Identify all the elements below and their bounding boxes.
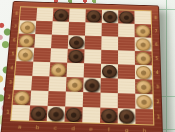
- square-g7[interactable]: [118, 23, 135, 37]
- dark-piece[interactable]: ●: [48, 106, 64, 121]
- square-a3[interactable]: [14, 75, 32, 90]
- coordinate-label: c: [46, 123, 64, 132]
- light-piece[interactable]: ●: [17, 48, 33, 61]
- square-c8[interactable]: ●: [53, 8, 70, 22]
- square-f4[interactable]: ●: [101, 64, 118, 79]
- dark-piece[interactable]: ●: [119, 11, 133, 24]
- dark-piece[interactable]: ●: [69, 36, 84, 49]
- square-h4[interactable]: ●: [135, 65, 152, 80]
- light-piece[interactable]: ●: [19, 34, 35, 47]
- square-h7[interactable]: ●: [135, 24, 152, 38]
- square-a5[interactable]: ●: [16, 47, 34, 61]
- dark-piece[interactable]: ●: [54, 9, 69, 22]
- square-b7[interactable]: [35, 21, 52, 35]
- square-g3[interactable]: [118, 79, 135, 94]
- square-a2[interactable]: ●: [13, 90, 32, 105]
- square-e3[interactable]: ●: [83, 77, 101, 92]
- square-g6[interactable]: [118, 37, 135, 51]
- square-f5[interactable]: [101, 50, 118, 64]
- square-e7[interactable]: [85, 22, 102, 36]
- light-piece[interactable]: ●: [136, 24, 151, 37]
- coordinate-label: b: [28, 123, 46, 132]
- square-d1[interactable]: ●: [64, 106, 82, 122]
- checkers-board: ●●●●●●●●●●●●●●●●●●●●●●●●● 87654321 87654…: [0, 1, 163, 132]
- square-f3[interactable]: [101, 78, 118, 93]
- square-e6[interactable]: [85, 36, 102, 50]
- coordinate-label: 8: [153, 11, 159, 24]
- coordinate-label: g: [118, 125, 136, 132]
- coordinate-label: 7: [153, 24, 159, 38]
- square-h1[interactable]: [135, 109, 153, 125]
- square-f1[interactable]: ●: [100, 108, 118, 124]
- square-e4[interactable]: [84, 63, 101, 78]
- light-piece[interactable]: ●: [50, 63, 66, 77]
- square-d3[interactable]: ●: [66, 77, 84, 92]
- board-playing-area: ●●●●●●●●●●●●●●●●●●●●●●●●● 87654321 87654…: [11, 7, 153, 124]
- light-piece[interactable]: ●: [67, 77, 83, 91]
- light-piece[interactable]: ●: [136, 65, 151, 79]
- square-h5[interactable]: ●: [135, 51, 152, 65]
- coordinate-label: 3: [154, 80, 160, 95]
- coordinate-label: 2: [155, 94, 162, 109]
- square-b8[interactable]: [36, 8, 53, 22]
- coordinate-label: 8: [13, 7, 20, 20]
- square-g1[interactable]: ●: [118, 108, 136, 124]
- square-d5[interactable]: ●: [67, 49, 84, 63]
- dark-piece[interactable]: ●: [103, 10, 118, 23]
- square-c3[interactable]: [49, 76, 67, 91]
- square-h2[interactable]: ●: [135, 94, 153, 110]
- rank-labels-right: 87654321: [153, 11, 162, 124]
- coordinate-label: 7: [12, 20, 19, 33]
- square-b5[interactable]: [33, 48, 51, 62]
- square-h6[interactable]: ●: [135, 37, 152, 51]
- square-d6[interactable]: ●: [68, 35, 85, 49]
- square-d2[interactable]: [65, 92, 83, 107]
- dark-piece[interactable]: ●: [101, 108, 117, 123]
- light-piece[interactable]: ●: [136, 51, 151, 65]
- square-f2[interactable]: [100, 93, 118, 108]
- square-g5[interactable]: [118, 50, 135, 64]
- dark-piece[interactable]: ●: [119, 109, 135, 124]
- coordinate-label: 6: [11, 33, 18, 47]
- coordinate-label: a: [10, 122, 28, 131]
- coordinate-label: 2: [5, 90, 12, 105]
- coordinate-label: 5: [9, 47, 16, 61]
- coordinate-label: 4: [154, 65, 160, 79]
- square-e2[interactable]: [83, 92, 101, 107]
- square-b1[interactable]: ●: [29, 105, 48, 121]
- light-piece[interactable]: ●: [136, 38, 151, 51]
- square-c5[interactable]: [50, 48, 68, 62]
- light-piece[interactable]: ●: [136, 94, 152, 108]
- dark-piece[interactable]: ●: [30, 106, 47, 121]
- coordinate-label: 3: [7, 75, 14, 90]
- play-area: ●●●●●●●●●●●●●●●●●●●●●●●●●: [11, 7, 153, 124]
- square-c7[interactable]: [52, 21, 69, 35]
- square-c4[interactable]: ●: [49, 62, 67, 77]
- tile-grout-line: [166, 0, 167, 132]
- coordinate-label: e: [82, 124, 100, 132]
- square-a1[interactable]: [11, 105, 30, 121]
- square-b4[interactable]: [32, 62, 50, 77]
- table-scene: ●●●●●●●●●●●●●●●●●●●●●●●●● 87654321 87654…: [0, 0, 175, 132]
- square-b6[interactable]: [34, 34, 52, 48]
- square-a7[interactable]: ●: [19, 20, 37, 34]
- coordinate-label: 4: [8, 61, 15, 75]
- square-a4[interactable]: [15, 61, 33, 76]
- coordinate-label: h: [136, 126, 154, 132]
- square-f6[interactable]: [101, 36, 118, 50]
- light-piece[interactable]: ●: [20, 21, 36, 34]
- square-g2[interactable]: [118, 93, 136, 108]
- square-h3[interactable]: ●: [135, 79, 152, 94]
- dark-piece[interactable]: ●: [86, 10, 101, 23]
- square-a6[interactable]: ●: [18, 34, 36, 48]
- square-b2[interactable]: [30, 90, 48, 105]
- coordinate-label: 1: [155, 109, 162, 125]
- square-e8[interactable]: ●: [85, 9, 102, 23]
- square-h8[interactable]: [134, 11, 151, 25]
- square-a8[interactable]: [20, 7, 37, 21]
- square-c6[interactable]: [51, 35, 68, 49]
- square-e5[interactable]: [84, 49, 101, 63]
- light-piece[interactable]: ●: [14, 90, 30, 104]
- coordinate-label: 1: [4, 105, 12, 120]
- light-piece[interactable]: ●: [136, 80, 151, 94]
- dark-piece[interactable]: ●: [84, 78, 100, 92]
- dark-piece[interactable]: ●: [66, 107, 82, 122]
- square-d8[interactable]: [69, 9, 86, 23]
- coordinate-label: f: [100, 125, 118, 132]
- square-e1[interactable]: [82, 107, 100, 123]
- coordinate-label: 6: [153, 38, 159, 52]
- square-b3[interactable]: [31, 76, 49, 91]
- coordinate-label: 5: [154, 51, 160, 65]
- square-g4[interactable]: [118, 64, 135, 79]
- dark-piece[interactable]: ●: [102, 64, 117, 78]
- square-d4[interactable]: [67, 63, 85, 78]
- square-f7[interactable]: [102, 23, 119, 37]
- square-c2[interactable]: [48, 91, 66, 106]
- coordinate-label: d: [64, 124, 82, 132]
- square-c1[interactable]: ●: [47, 106, 65, 122]
- square-f8[interactable]: ●: [102, 10, 118, 24]
- dark-piece[interactable]: ●: [68, 49, 83, 62]
- square-d7[interactable]: [68, 22, 85, 36]
- square-g8[interactable]: ●: [118, 10, 134, 24]
